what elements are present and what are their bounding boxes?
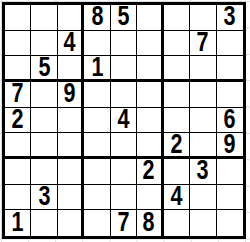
cell-r3c9[interactable] [217, 56, 243, 82]
cell-r5c1[interactable]: 2 [5, 108, 31, 134]
cell-r6c3[interactable] [58, 133, 84, 159]
cell-r7c2[interactable] [31, 159, 57, 185]
cell-r9c3[interactable] [58, 210, 84, 236]
cell-r1c9[interactable]: 3 [217, 5, 243, 31]
cell-r5c4[interactable] [84, 108, 110, 134]
cell-r7c5[interactable] [111, 159, 137, 185]
cell-r3c4[interactable]: 1 [84, 56, 110, 82]
cell-r1c6[interactable] [137, 5, 163, 31]
cell-r3c8[interactable] [190, 56, 216, 82]
given-digit: 4 [117, 108, 129, 134]
cell-r6c7[interactable]: 2 [164, 133, 190, 159]
cell-r2c3[interactable]: 4 [58, 31, 84, 57]
cell-r7c7[interactable] [164, 159, 190, 185]
cell-r8c4[interactable] [84, 185, 110, 211]
cell-r1c5[interactable]: 5 [111, 5, 137, 31]
given-digit: 2 [170, 133, 182, 158]
cell-r3c3[interactable] [58, 56, 84, 82]
cell-r4c8[interactable] [190, 82, 216, 108]
given-digit: 3 [197, 159, 209, 185]
given-digit: 6 [224, 108, 236, 134]
cell-r9c6[interactable]: 8 [137, 210, 163, 236]
cell-r1c4[interactable]: 8 [84, 5, 110, 31]
cell-r4c7[interactable] [164, 82, 190, 108]
cell-r9c9[interactable] [217, 210, 243, 236]
cell-r7c3[interactable] [58, 159, 84, 185]
cell-r8c8[interactable] [190, 185, 216, 211]
given-digit: 7 [117, 210, 129, 236]
given-digit: 2 [143, 159, 155, 185]
given-digit: 2 [12, 108, 24, 134]
cell-r8c5[interactable] [111, 185, 137, 211]
cell-r2c5[interactable] [111, 31, 137, 57]
cell-r5c6[interactable] [137, 108, 163, 134]
cell-r9c2[interactable] [31, 210, 57, 236]
cell-r1c1[interactable] [5, 5, 31, 31]
given-digit: 8 [91, 5, 103, 31]
cell-r6c5[interactable] [111, 133, 137, 159]
cell-r4c3[interactable]: 9 [58, 82, 84, 108]
cell-r1c7[interactable] [164, 5, 190, 31]
cell-r6c6[interactable] [137, 133, 163, 159]
given-digit: 5 [117, 5, 129, 31]
cell-r6c8[interactable] [190, 133, 216, 159]
cell-r4c9[interactable] [217, 82, 243, 108]
given-digit: 1 [91, 56, 103, 81]
cell-r2c9[interactable] [217, 31, 243, 57]
cell-r5c2[interactable] [31, 108, 57, 134]
cell-r1c8[interactable] [190, 5, 216, 31]
cell-r8c2[interactable]: 3 [31, 185, 57, 211]
cell-r9c4[interactable] [84, 210, 110, 236]
cell-r9c7[interactable] [164, 210, 190, 236]
cell-r4c1[interactable]: 7 [5, 82, 31, 108]
cell-r2c8[interactable]: 7 [190, 31, 216, 57]
cell-r7c4[interactable] [84, 159, 110, 185]
cell-r9c8[interactable] [190, 210, 216, 236]
cell-r4c5[interactable] [111, 82, 137, 108]
cell-r7c6[interactable]: 2 [137, 159, 163, 185]
cell-r2c4[interactable] [84, 31, 110, 57]
cell-r7c9[interactable] [217, 159, 243, 185]
cell-r5c5[interactable]: 4 [111, 108, 137, 134]
cell-r5c7[interactable] [164, 108, 190, 134]
given-digit: 8 [143, 210, 155, 236]
cell-r9c1[interactable]: 1 [5, 210, 31, 236]
given-digit: 4 [64, 31, 76, 57]
cell-r1c2[interactable] [31, 5, 57, 31]
cell-r8c3[interactable] [58, 185, 84, 211]
given-digit: 9 [64, 82, 76, 108]
given-digit: 4 [170, 185, 182, 211]
cell-r5c3[interactable] [58, 108, 84, 134]
cell-r2c1[interactable] [5, 31, 31, 57]
cell-r4c2[interactable] [31, 82, 57, 108]
given-digit: 5 [38, 56, 50, 81]
given-digit: 9 [224, 133, 236, 158]
cell-r7c8[interactable]: 3 [190, 159, 216, 185]
cell-r9c5[interactable]: 7 [111, 210, 137, 236]
cell-r2c2[interactable] [31, 31, 57, 57]
cell-r6c2[interactable] [31, 133, 57, 159]
cell-r3c6[interactable] [137, 56, 163, 82]
cell-r6c1[interactable] [5, 133, 31, 159]
cell-r2c6[interactable] [137, 31, 163, 57]
sudoku-board: 853475179246292334178 [2, 2, 246, 239]
cell-r3c5[interactable] [111, 56, 137, 82]
given-digit: 3 [224, 5, 236, 31]
cell-r8c9[interactable] [217, 185, 243, 211]
given-digit: 7 [12, 82, 24, 108]
given-digit: 3 [38, 185, 50, 211]
cell-r5c8[interactable] [190, 108, 216, 134]
cell-r8c6[interactable] [137, 185, 163, 211]
given-digit: 7 [197, 31, 209, 57]
cell-r3c1[interactable] [5, 56, 31, 82]
cell-r4c4[interactable] [84, 82, 110, 108]
cell-r6c9[interactable]: 9 [217, 133, 243, 159]
cell-r7c1[interactable] [5, 159, 31, 185]
cell-r8c1[interactable] [5, 185, 31, 211]
cell-r6c4[interactable] [84, 133, 110, 159]
cell-r5c9[interactable]: 6 [217, 108, 243, 134]
cell-r1c3[interactable] [58, 5, 84, 31]
cell-r2c7[interactable] [164, 31, 190, 57]
cell-r4c6[interactable] [137, 82, 163, 108]
cell-r3c2[interactable]: 5 [31, 56, 57, 82]
cell-r3c7[interactable] [164, 56, 190, 82]
spreadsheet-background: 853475179246292334178 [0, 0, 250, 242]
cell-r8c7[interactable]: 4 [164, 185, 190, 211]
given-digit: 1 [12, 210, 24, 236]
